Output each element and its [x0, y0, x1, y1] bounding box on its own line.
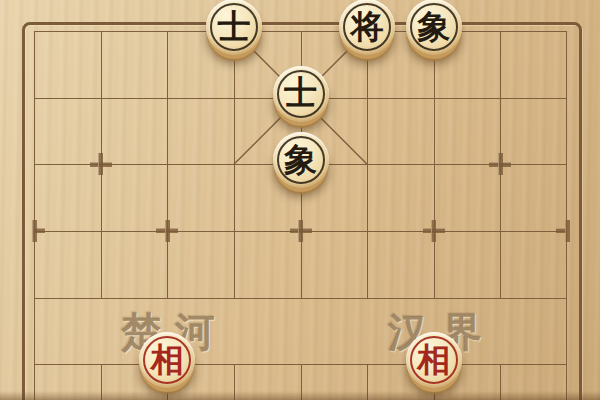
board-cell: [367, 98, 434, 165]
board-cell: [434, 164, 501, 231]
piece-glyph: 将: [339, 0, 395, 55]
piece-glyph: 相: [139, 332, 195, 388]
piece-black-f3r0[interactable]: 士: [206, 0, 262, 55]
piece-black-f4r1[interactable]: 士: [273, 66, 329, 122]
board-cell: [500, 98, 567, 165]
board-cell: [234, 298, 301, 365]
board-cell: [367, 231, 434, 298]
xiangqi-board: 楚河 汉界 士将象士象相相: [0, 0, 600, 400]
board-cell: [500, 231, 567, 298]
piece-glyph: 士: [273, 66, 329, 122]
board-cell: [367, 164, 434, 231]
board-cell: [101, 31, 168, 98]
board-cell: [234, 231, 301, 298]
board-cell: [500, 298, 567, 365]
board-cell: [434, 231, 501, 298]
board-cell: [301, 364, 368, 400]
piece-glyph: 士: [206, 0, 262, 55]
board-cell: [101, 98, 168, 165]
board-cell: [34, 364, 101, 400]
board-cell: [434, 98, 501, 165]
board-cell: [500, 364, 567, 400]
board-cell: [167, 164, 234, 231]
board-cell: [500, 164, 567, 231]
board-cell: [34, 298, 101, 365]
board-cell: [167, 231, 234, 298]
board-cell: [101, 164, 168, 231]
board-cell: [34, 231, 101, 298]
board-cell: [34, 31, 101, 98]
piece-black-f5r0[interactable]: 将: [339, 0, 395, 55]
piece-red-f6r5[interactable]: 相: [406, 332, 462, 388]
piece-glyph: 相: [406, 332, 462, 388]
piece-black-f4r2[interactable]: 象: [273, 132, 329, 188]
board-cell: [34, 98, 101, 165]
board-cell: [301, 298, 368, 365]
piece-red-f2r5[interactable]: 相: [139, 332, 195, 388]
board-cell: [167, 98, 234, 165]
board-cell: [34, 164, 101, 231]
board-cell: [234, 364, 301, 400]
piece-glyph: 象: [406, 0, 462, 55]
piece-black-f6r0[interactable]: 象: [406, 0, 462, 55]
piece-glyph: 象: [273, 132, 329, 188]
board-cell: [500, 31, 567, 98]
board-cell: [101, 231, 168, 298]
board-cell: [301, 231, 368, 298]
